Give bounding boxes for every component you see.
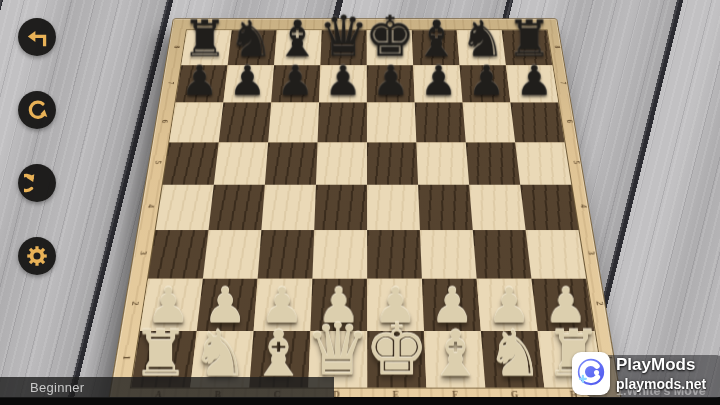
square-a6[interactable] xyxy=(169,103,223,143)
piece-black-pawn[interactable]: ♟ xyxy=(503,61,566,102)
square-a5[interactable] xyxy=(163,142,219,184)
square-e6[interactable] xyxy=(367,103,416,143)
restart-button[interactable] xyxy=(18,91,56,129)
rank-label-7: 7 xyxy=(558,79,568,88)
square-g4[interactable] xyxy=(469,185,525,230)
board-frame: ♜♞♝♛♚♝♞♜♟♟♟♟♟♟♟♟♟♟♟♟♟♟♟♟♜♞♝♛♚♝♞♜ ABCDEFG… xyxy=(108,18,623,403)
difficulty-label: Beginner xyxy=(30,380,84,395)
rank-label-5: 5 xyxy=(152,157,162,167)
square-b6[interactable] xyxy=(219,103,271,143)
square-d4[interactable] xyxy=(314,185,367,230)
board-grid: ♜♞♝♛♚♝♞♜♟♟♟♟♟♟♟♟♟♟♟♟♟♟♟♟♜♞♝♛♚♝♞♜ xyxy=(130,30,605,389)
square-g6[interactable] xyxy=(463,103,516,143)
square-d5[interactable] xyxy=(316,142,367,184)
bottom-shadow-strip xyxy=(0,397,720,405)
square-h3[interactable] xyxy=(526,230,587,279)
playmods-logo-icon xyxy=(574,355,608,393)
chess-app-screen: ♜♞♝♛♚♝♞♜♟♟♟♟♟♟♟♟♟♟♟♟♟♟♟♟♜♞♝♛♚♝♞♜ ABCDEFG… xyxy=(0,0,720,405)
undo-button[interactable] xyxy=(18,164,56,202)
square-e5[interactable] xyxy=(367,142,418,184)
chess-board: ♜♞♝♛♚♝♞♜♟♟♟♟♟♟♟♟♟♟♟♟♟♟♟♟♜♞♝♛♚♝♞♜ ABCDEFG… xyxy=(108,18,623,403)
settings-button[interactable] xyxy=(18,237,56,275)
square-h4[interactable] xyxy=(520,185,578,230)
square-c5[interactable] xyxy=(265,142,318,184)
square-f6[interactable] xyxy=(415,103,466,143)
square-a4[interactable] xyxy=(156,185,214,230)
undo-arrow-icon xyxy=(24,170,50,196)
square-f5[interactable] xyxy=(416,142,469,184)
square-c4[interactable] xyxy=(261,185,316,230)
back-arrow-icon xyxy=(24,24,50,50)
square-h5[interactable] xyxy=(515,142,571,184)
rotate-clockwise-icon xyxy=(24,97,50,123)
rank-label-6: 6 xyxy=(159,117,169,126)
playmods-title: PlayMods xyxy=(616,355,695,375)
square-g3[interactable] xyxy=(473,230,532,279)
square-b4[interactable] xyxy=(209,185,265,230)
rank-label-8: 8 xyxy=(552,43,561,51)
square-b3[interactable] xyxy=(203,230,262,279)
square-h7[interactable]: ♟ xyxy=(506,65,558,102)
square-g5[interactable] xyxy=(466,142,520,184)
square-c6[interactable] xyxy=(268,103,319,143)
square-b5[interactable] xyxy=(214,142,268,184)
square-d3[interactable] xyxy=(312,230,367,279)
square-c3[interactable] xyxy=(258,230,315,279)
rank-label-6: 6 xyxy=(564,117,574,126)
difficulty-bar: Beginner xyxy=(0,377,334,398)
gear-icon xyxy=(24,243,50,269)
square-d6[interactable] xyxy=(318,103,367,143)
rank-label-8: 8 xyxy=(171,43,180,51)
rank-label-3: 3 xyxy=(585,247,596,258)
square-e3[interactable] xyxy=(367,230,422,279)
square-f3[interactable] xyxy=(420,230,477,279)
playmods-url: playmods.net xyxy=(616,376,706,392)
square-a3[interactable] xyxy=(148,230,208,279)
playmods-badge[interactable] xyxy=(572,352,610,395)
rank-label-4: 4 xyxy=(145,201,156,212)
square-e4[interactable] xyxy=(367,185,420,230)
square-h6[interactable] xyxy=(510,103,564,143)
rank-label-7: 7 xyxy=(165,79,175,88)
rank-label-5: 5 xyxy=(570,157,580,167)
square-f4[interactable] xyxy=(418,185,473,230)
rank-label-4: 4 xyxy=(577,201,588,212)
rank-label-3: 3 xyxy=(137,247,148,258)
back-button[interactable] xyxy=(18,18,56,56)
